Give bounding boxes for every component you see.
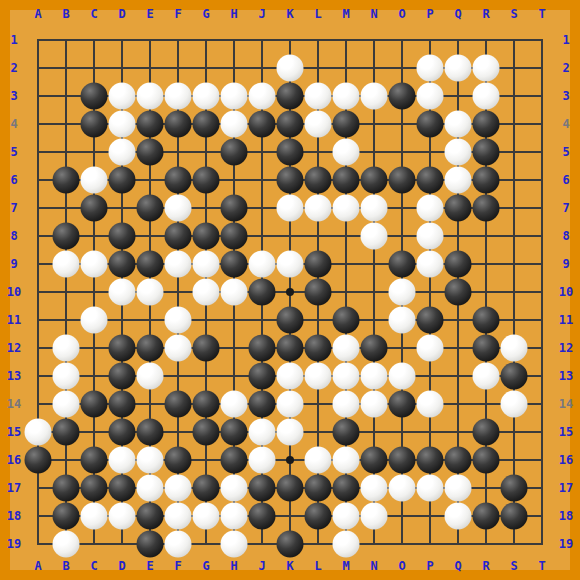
black-stone-L10[interactable] bbox=[305, 279, 332, 306]
black-stone-H7[interactable] bbox=[221, 195, 248, 222]
col-label-bottom-F: F bbox=[174, 560, 181, 572]
white-stone-P9[interactable] bbox=[417, 251, 444, 278]
row-label-left-18: 18 bbox=[7, 510, 21, 522]
black-stone-G12[interactable] bbox=[193, 335, 220, 362]
white-stone-H14[interactable] bbox=[221, 391, 248, 418]
white-stone-B14[interactable] bbox=[53, 391, 80, 418]
col-label-top-N: N bbox=[370, 8, 377, 20]
row-label-right-7: 7 bbox=[562, 202, 569, 214]
white-stone-F9[interactable] bbox=[165, 251, 192, 278]
white-stone-N3[interactable] bbox=[361, 83, 388, 110]
black-stone-C16[interactable] bbox=[81, 447, 108, 474]
col-label-top-K: K bbox=[286, 8, 293, 20]
black-stone-P6[interactable] bbox=[417, 167, 444, 194]
white-stone-F7[interactable] bbox=[165, 195, 192, 222]
black-stone-N16[interactable] bbox=[361, 447, 388, 474]
col-label-bottom-B: B bbox=[62, 560, 69, 572]
row-label-right-17: 17 bbox=[559, 482, 573, 494]
white-stone-H3[interactable] bbox=[221, 83, 248, 110]
col-label-bottom-D: D bbox=[118, 560, 125, 572]
black-stone-R15[interactable] bbox=[473, 419, 500, 446]
white-stone-D18[interactable] bbox=[109, 503, 136, 530]
white-stone-P3[interactable] bbox=[417, 83, 444, 110]
black-stone-E5[interactable] bbox=[137, 139, 164, 166]
black-stone-J14[interactable] bbox=[249, 391, 276, 418]
white-stone-J9[interactable] bbox=[249, 251, 276, 278]
white-stone-F12[interactable] bbox=[165, 335, 192, 362]
white-stone-A15[interactable] bbox=[25, 419, 52, 446]
white-stone-F3[interactable] bbox=[165, 83, 192, 110]
white-stone-C11[interactable] bbox=[81, 307, 108, 334]
row-label-left-1: 1 bbox=[10, 34, 17, 46]
black-stone-N12[interactable] bbox=[361, 335, 388, 362]
white-stone-O11[interactable] bbox=[389, 307, 416, 334]
white-stone-M18[interactable] bbox=[333, 503, 360, 530]
black-stone-E12[interactable] bbox=[137, 335, 164, 362]
black-stone-G17[interactable] bbox=[193, 475, 220, 502]
row-label-right-12: 12 bbox=[559, 342, 573, 354]
col-label-bottom-Q: Q bbox=[454, 560, 461, 572]
black-stone-R18[interactable] bbox=[473, 503, 500, 530]
col-label-bottom-J: J bbox=[258, 560, 265, 572]
row-label-left-12: 12 bbox=[7, 342, 21, 354]
black-stone-J10[interactable] bbox=[249, 279, 276, 306]
white-stone-F18[interactable] bbox=[165, 503, 192, 530]
white-stone-D16[interactable] bbox=[109, 447, 136, 474]
white-stone-M12[interactable] bbox=[333, 335, 360, 362]
black-stone-J13[interactable] bbox=[249, 363, 276, 390]
black-stone-M11[interactable] bbox=[333, 307, 360, 334]
black-stone-Q10[interactable] bbox=[445, 279, 472, 306]
white-stone-B9[interactable] bbox=[53, 251, 80, 278]
col-label-bottom-S: S bbox=[510, 560, 517, 572]
row-label-right-5: 5 bbox=[562, 146, 569, 158]
col-label-bottom-C: C bbox=[90, 560, 97, 572]
star-point-K10 bbox=[286, 288, 294, 296]
black-stone-P16[interactable] bbox=[417, 447, 444, 474]
col-label-top-F: F bbox=[174, 8, 181, 20]
row-label-left-13: 13 bbox=[7, 370, 21, 382]
white-stone-B13[interactable] bbox=[53, 363, 80, 390]
white-stone-J16[interactable] bbox=[249, 447, 276, 474]
col-label-top-L: L bbox=[314, 8, 321, 20]
white-stone-D10[interactable] bbox=[109, 279, 136, 306]
row-label-right-8: 8 bbox=[562, 230, 569, 242]
black-stone-D12[interactable] bbox=[109, 335, 136, 362]
white-stone-K2[interactable] bbox=[277, 55, 304, 82]
col-label-bottom-K: K bbox=[286, 560, 293, 572]
black-stone-E7[interactable] bbox=[137, 195, 164, 222]
black-stone-O6[interactable] bbox=[389, 167, 416, 194]
col-label-top-R: R bbox=[482, 8, 489, 20]
col-label-bottom-R: R bbox=[482, 560, 489, 572]
col-label-top-S: S bbox=[510, 8, 517, 20]
black-stone-H15[interactable] bbox=[221, 419, 248, 446]
black-stone-C4[interactable] bbox=[81, 111, 108, 138]
col-label-top-P: P bbox=[426, 8, 433, 20]
row-label-left-11: 11 bbox=[7, 314, 21, 326]
white-stone-K7[interactable] bbox=[277, 195, 304, 222]
black-stone-D14[interactable] bbox=[109, 391, 136, 418]
row-label-left-2: 2 bbox=[10, 62, 17, 74]
col-label-bottom-N: N bbox=[370, 560, 377, 572]
col-label-bottom-G: G bbox=[202, 560, 209, 572]
black-stone-G8[interactable] bbox=[193, 223, 220, 250]
black-stone-R7[interactable] bbox=[473, 195, 500, 222]
row-label-left-10: 10 bbox=[7, 286, 21, 298]
white-stone-N18[interactable] bbox=[361, 503, 388, 530]
white-stone-F11[interactable] bbox=[165, 307, 192, 334]
white-stone-O17[interactable] bbox=[389, 475, 416, 502]
white-stone-B19[interactable] bbox=[53, 531, 80, 558]
row-label-right-15: 15 bbox=[559, 426, 573, 438]
white-stone-M19[interactable] bbox=[333, 531, 360, 558]
row-label-right-2: 2 bbox=[562, 62, 569, 74]
black-stone-M17[interactable] bbox=[333, 475, 360, 502]
row-label-right-10: 10 bbox=[559, 286, 573, 298]
black-stone-B6[interactable] bbox=[53, 167, 80, 194]
col-label-top-B: B bbox=[62, 8, 69, 20]
black-stone-E15[interactable] bbox=[137, 419, 164, 446]
black-stone-R4[interactable] bbox=[473, 111, 500, 138]
col-label-bottom-M: M bbox=[342, 560, 349, 572]
white-stone-Q5[interactable] bbox=[445, 139, 472, 166]
row-label-right-6: 6 bbox=[562, 174, 569, 186]
white-stone-G9[interactable] bbox=[193, 251, 220, 278]
black-stone-B18[interactable] bbox=[53, 503, 80, 530]
white-stone-N8[interactable] bbox=[361, 223, 388, 250]
white-stone-S14[interactable] bbox=[501, 391, 528, 418]
col-label-top-T: T bbox=[538, 8, 545, 20]
black-stone-L6[interactable] bbox=[305, 167, 332, 194]
white-stone-M7[interactable] bbox=[333, 195, 360, 222]
black-stone-M6[interactable] bbox=[333, 167, 360, 194]
col-label-bottom-A: A bbox=[34, 560, 41, 572]
black-stone-R16[interactable] bbox=[473, 447, 500, 474]
black-stone-Q9[interactable] bbox=[445, 251, 472, 278]
white-stone-F17[interactable] bbox=[165, 475, 192, 502]
black-stone-C7[interactable] bbox=[81, 195, 108, 222]
white-stone-M16[interactable] bbox=[333, 447, 360, 474]
row-label-right-4: 4 bbox=[562, 118, 569, 130]
col-label-bottom-O: O bbox=[398, 560, 405, 572]
white-stone-F19[interactable] bbox=[165, 531, 192, 558]
white-stone-C6[interactable] bbox=[81, 167, 108, 194]
white-stone-J15[interactable] bbox=[249, 419, 276, 446]
col-label-top-D: D bbox=[118, 8, 125, 20]
white-stone-G3[interactable] bbox=[193, 83, 220, 110]
white-stone-G10[interactable] bbox=[193, 279, 220, 306]
black-stone-H9[interactable] bbox=[221, 251, 248, 278]
col-label-bottom-T: T bbox=[538, 560, 545, 572]
row-label-left-5: 5 bbox=[10, 146, 17, 158]
black-stone-J12[interactable] bbox=[249, 335, 276, 362]
white-stone-L3[interactable] bbox=[305, 83, 332, 110]
white-stone-L4[interactable] bbox=[305, 111, 332, 138]
black-stone-C14[interactable] bbox=[81, 391, 108, 418]
black-stone-A16[interactable] bbox=[25, 447, 52, 474]
row-label-left-15: 15 bbox=[7, 426, 21, 438]
white-stone-M13[interactable] bbox=[333, 363, 360, 390]
black-stone-J18[interactable] bbox=[249, 503, 276, 530]
col-label-bottom-L: L bbox=[314, 560, 321, 572]
black-stone-G4[interactable] bbox=[193, 111, 220, 138]
white-stone-Q18[interactable] bbox=[445, 503, 472, 530]
white-stone-M3[interactable] bbox=[333, 83, 360, 110]
col-label-top-H: H bbox=[230, 8, 237, 20]
col-label-top-J: J bbox=[258, 8, 265, 20]
black-stone-J17[interactable] bbox=[249, 475, 276, 502]
row-label-left-14: 14 bbox=[7, 398, 21, 410]
white-stone-K14[interactable] bbox=[277, 391, 304, 418]
row-label-left-16: 16 bbox=[7, 454, 21, 466]
go-board-frame: AABBCCDDEEFFGGHHJJKKLLMMNNOOPPQQRRSSTT11… bbox=[0, 0, 580, 580]
white-stone-M5[interactable] bbox=[333, 139, 360, 166]
black-stone-P11[interactable] bbox=[417, 307, 444, 334]
black-stone-K4[interactable] bbox=[277, 111, 304, 138]
row-label-left-9: 9 bbox=[10, 258, 17, 270]
white-stone-Q4[interactable] bbox=[445, 111, 472, 138]
row-label-left-8: 8 bbox=[10, 230, 17, 242]
col-label-top-G: G bbox=[202, 8, 209, 20]
white-stone-C18[interactable] bbox=[81, 503, 108, 530]
black-stone-K17[interactable] bbox=[277, 475, 304, 502]
col-label-bottom-E: E bbox=[146, 560, 153, 572]
black-stone-B15[interactable] bbox=[53, 419, 80, 446]
white-stone-N13[interactable] bbox=[361, 363, 388, 390]
black-stone-L9[interactable] bbox=[305, 251, 332, 278]
col-label-top-A: A bbox=[34, 8, 41, 20]
black-stone-S13[interactable] bbox=[501, 363, 528, 390]
white-stone-B12[interactable] bbox=[53, 335, 80, 362]
black-stone-K5[interactable] bbox=[277, 139, 304, 166]
black-stone-C3[interactable] bbox=[81, 83, 108, 110]
black-stone-F8[interactable] bbox=[165, 223, 192, 250]
row-label-left-7: 7 bbox=[10, 202, 17, 214]
black-stone-S18[interactable] bbox=[501, 503, 528, 530]
black-stone-O16[interactable] bbox=[389, 447, 416, 474]
black-stone-K19[interactable] bbox=[277, 531, 304, 558]
white-stone-R2[interactable] bbox=[473, 55, 500, 82]
black-stone-D8[interactable] bbox=[109, 223, 136, 250]
white-stone-P17[interactable] bbox=[417, 475, 444, 502]
white-stone-K9[interactable] bbox=[277, 251, 304, 278]
black-stone-Q7[interactable] bbox=[445, 195, 472, 222]
black-stone-G6[interactable] bbox=[193, 167, 220, 194]
white-stone-D5[interactable] bbox=[109, 139, 136, 166]
black-stone-L18[interactable] bbox=[305, 503, 332, 530]
black-stone-H8[interactable] bbox=[221, 223, 248, 250]
black-stone-D17[interactable] bbox=[109, 475, 136, 502]
row-label-right-18: 18 bbox=[559, 510, 573, 522]
white-stone-E13[interactable] bbox=[137, 363, 164, 390]
white-stone-L7[interactable] bbox=[305, 195, 332, 222]
col-label-top-C: C bbox=[90, 8, 97, 20]
black-stone-J4[interactable] bbox=[249, 111, 276, 138]
row-label-right-13: 13 bbox=[559, 370, 573, 382]
black-stone-N6[interactable] bbox=[361, 167, 388, 194]
black-stone-F6[interactable] bbox=[165, 167, 192, 194]
black-stone-D6[interactable] bbox=[109, 167, 136, 194]
black-stone-S17[interactable] bbox=[501, 475, 528, 502]
white-stone-Q17[interactable] bbox=[445, 475, 472, 502]
black-stone-P4[interactable] bbox=[417, 111, 444, 138]
white-stone-H10[interactable] bbox=[221, 279, 248, 306]
black-stone-E18[interactable] bbox=[137, 503, 164, 530]
white-stone-M14[interactable] bbox=[333, 391, 360, 418]
black-stone-R5[interactable] bbox=[473, 139, 500, 166]
white-stone-P14[interactable] bbox=[417, 391, 444, 418]
row-label-right-19: 19 bbox=[559, 538, 573, 550]
black-stone-O3[interactable] bbox=[389, 83, 416, 110]
black-stone-D15[interactable] bbox=[109, 419, 136, 446]
white-stone-R13[interactable] bbox=[473, 363, 500, 390]
black-stone-M4[interactable] bbox=[333, 111, 360, 138]
col-label-top-Q: Q bbox=[454, 8, 461, 20]
white-stone-P12[interactable] bbox=[417, 335, 444, 362]
white-stone-D3[interactable] bbox=[109, 83, 136, 110]
col-label-bottom-P: P bbox=[426, 560, 433, 572]
white-stone-N7[interactable] bbox=[361, 195, 388, 222]
white-stone-N14[interactable] bbox=[361, 391, 388, 418]
black-stone-G15[interactable] bbox=[193, 419, 220, 446]
black-stone-Q16[interactable] bbox=[445, 447, 472, 474]
row-label-right-9: 9 bbox=[562, 258, 569, 270]
white-stone-E16[interactable] bbox=[137, 447, 164, 474]
row-label-right-16: 16 bbox=[559, 454, 573, 466]
white-stone-H19[interactable] bbox=[221, 531, 248, 558]
black-stone-O9[interactable] bbox=[389, 251, 416, 278]
row-label-left-4: 4 bbox=[10, 118, 17, 130]
white-stone-J3[interactable] bbox=[249, 83, 276, 110]
black-stone-F4[interactable] bbox=[165, 111, 192, 138]
black-stone-K6[interactable] bbox=[277, 167, 304, 194]
white-stone-C9[interactable] bbox=[81, 251, 108, 278]
black-stone-H5[interactable] bbox=[221, 139, 248, 166]
black-stone-D13[interactable] bbox=[109, 363, 136, 390]
white-stone-O10[interactable] bbox=[389, 279, 416, 306]
black-stone-E9[interactable] bbox=[137, 251, 164, 278]
black-stone-F16[interactable] bbox=[165, 447, 192, 474]
white-stone-R3[interactable] bbox=[473, 83, 500, 110]
white-stone-L13[interactable] bbox=[305, 363, 332, 390]
black-stone-R6[interactable] bbox=[473, 167, 500, 194]
col-label-bottom-H: H bbox=[230, 560, 237, 572]
black-stone-B17[interactable] bbox=[53, 475, 80, 502]
go-board bbox=[10, 10, 570, 570]
black-stone-O14[interactable] bbox=[389, 391, 416, 418]
row-label-left-6: 6 bbox=[10, 174, 17, 186]
black-stone-K11[interactable] bbox=[277, 307, 304, 334]
white-stone-Q6[interactable] bbox=[445, 167, 472, 194]
star-point-K16 bbox=[286, 456, 294, 464]
white-stone-P8[interactable] bbox=[417, 223, 444, 250]
white-stone-Q2[interactable] bbox=[445, 55, 472, 82]
white-stone-H17[interactable] bbox=[221, 475, 248, 502]
col-label-top-M: M bbox=[342, 8, 349, 20]
black-stone-M15[interactable] bbox=[333, 419, 360, 446]
white-stone-N17[interactable] bbox=[361, 475, 388, 502]
row-label-left-3: 3 bbox=[10, 90, 17, 102]
black-stone-F14[interactable] bbox=[165, 391, 192, 418]
col-label-top-E: E bbox=[146, 8, 153, 20]
black-stone-G14[interactable] bbox=[193, 391, 220, 418]
black-stone-H16[interactable] bbox=[221, 447, 248, 474]
white-stone-G18[interactable] bbox=[193, 503, 220, 530]
row-label-left-19: 19 bbox=[7, 538, 21, 550]
black-stone-E19[interactable] bbox=[137, 531, 164, 558]
black-stone-B8[interactable] bbox=[53, 223, 80, 250]
white-stone-D4[interactable] bbox=[109, 111, 136, 138]
white-stone-L16[interactable] bbox=[305, 447, 332, 474]
row-label-right-1: 1 bbox=[562, 34, 569, 46]
row-label-right-11: 11 bbox=[559, 314, 573, 326]
black-stone-K3[interactable] bbox=[277, 83, 304, 110]
black-stone-R11[interactable] bbox=[473, 307, 500, 334]
white-stone-P7[interactable] bbox=[417, 195, 444, 222]
black-stone-L17[interactable] bbox=[305, 475, 332, 502]
white-stone-E10[interactable] bbox=[137, 279, 164, 306]
white-stone-E3[interactable] bbox=[137, 83, 164, 110]
white-stone-H4[interactable] bbox=[221, 111, 248, 138]
white-stone-K13[interactable] bbox=[277, 363, 304, 390]
white-stone-O13[interactable] bbox=[389, 363, 416, 390]
white-stone-P2[interactable] bbox=[417, 55, 444, 82]
row-label-right-14: 14 bbox=[559, 398, 573, 410]
white-stone-K15[interactable] bbox=[277, 419, 304, 446]
black-stone-E4[interactable] bbox=[137, 111, 164, 138]
black-stone-L12[interactable] bbox=[305, 335, 332, 362]
col-label-top-O: O bbox=[398, 8, 405, 20]
black-stone-C17[interactable] bbox=[81, 475, 108, 502]
white-stone-H18[interactable] bbox=[221, 503, 248, 530]
row-label-left-17: 17 bbox=[7, 482, 21, 494]
black-stone-R12[interactable] bbox=[473, 335, 500, 362]
white-stone-E17[interactable] bbox=[137, 475, 164, 502]
row-label-right-3: 3 bbox=[562, 90, 569, 102]
white-stone-S12[interactable] bbox=[501, 335, 528, 362]
black-stone-K12[interactable] bbox=[277, 335, 304, 362]
black-stone-D9[interactable] bbox=[109, 251, 136, 278]
